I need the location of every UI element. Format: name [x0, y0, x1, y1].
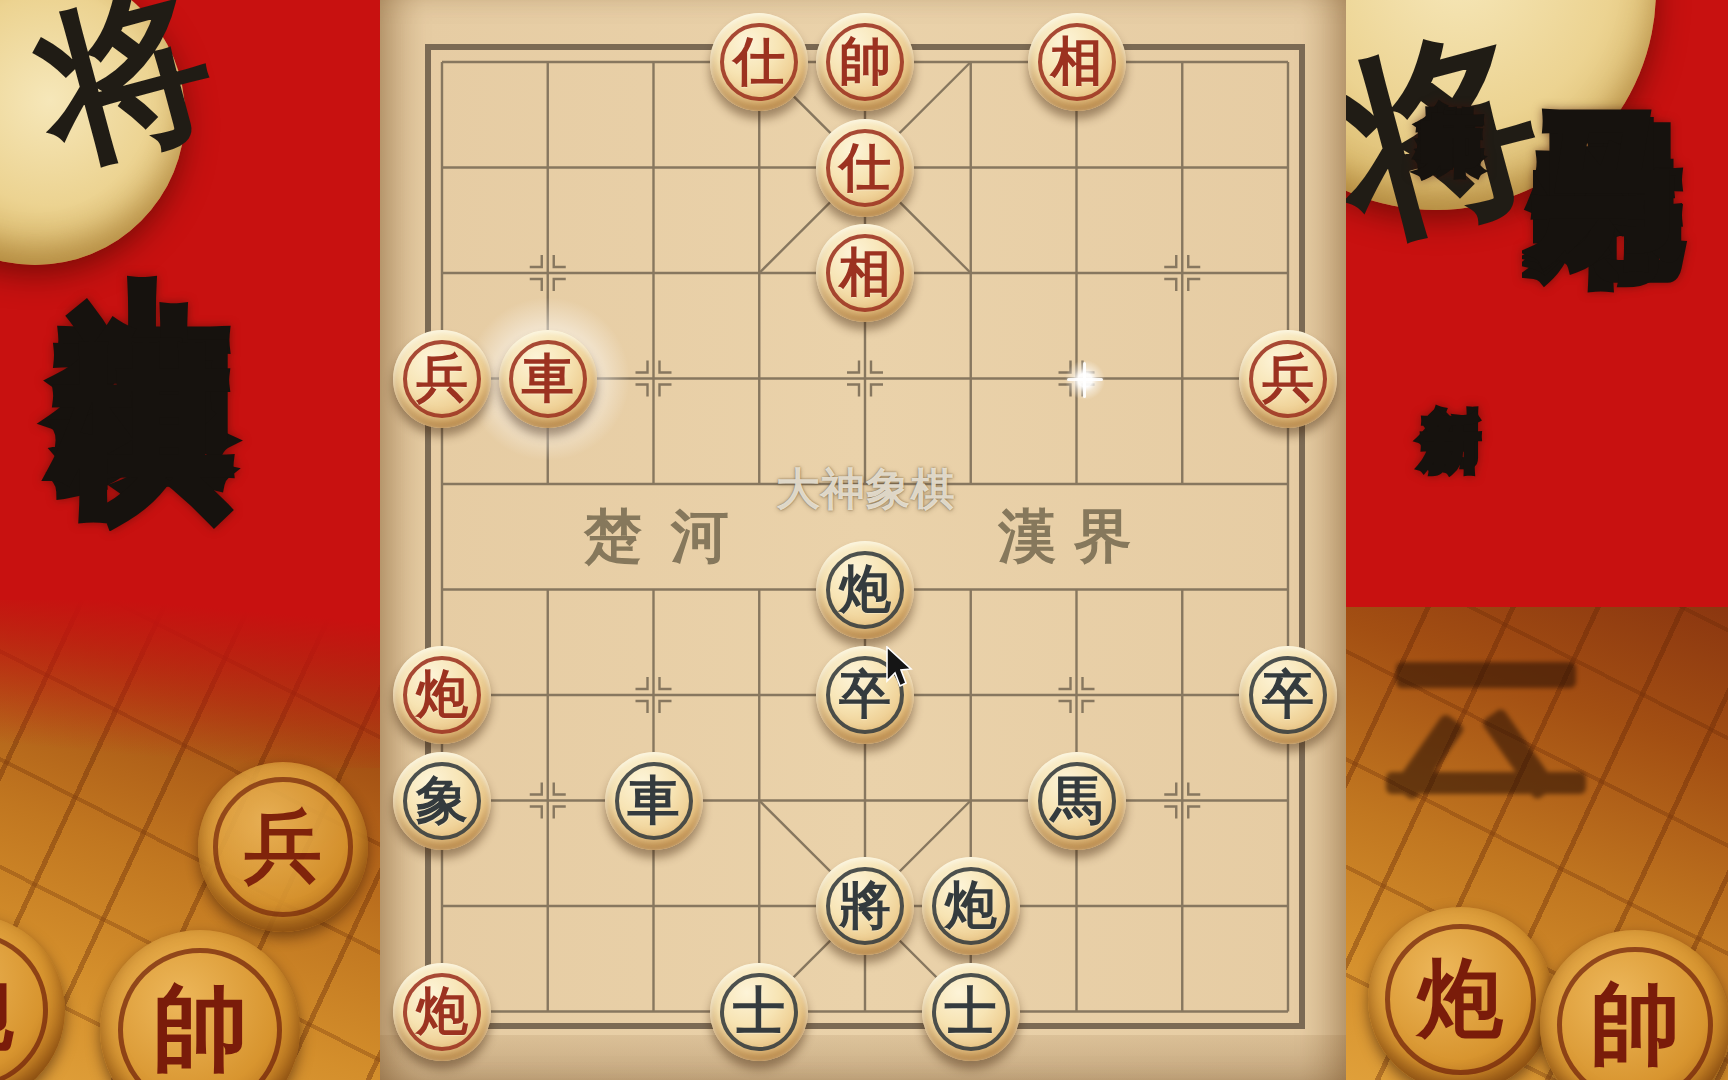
star-point-marker — [1164, 783, 1176, 795]
piece-character: 炮 — [922, 857, 1020, 955]
star-point-marker — [1164, 279, 1176, 291]
piece-character: 仕 — [710, 13, 808, 111]
mouse-cursor — [885, 646, 919, 692]
piece-red-仕[interactable]: 仕 — [710, 13, 808, 111]
piece-red-帥[interactable]: 帥 — [816, 13, 914, 111]
photo-piece: 兵 — [198, 762, 368, 932]
photo-piece: 帥 — [100, 930, 300, 1080]
star-point-marker — [660, 701, 672, 713]
star-point-marker — [847, 385, 859, 397]
piece-character: 車 — [605, 752, 703, 850]
piece-character: 將 — [816, 857, 914, 955]
star-point-marker — [1083, 677, 1095, 689]
star-point-marker — [1188, 783, 1200, 795]
piece-character: 象 — [393, 752, 491, 850]
right-banner: 将 炮 帥 象棋大师 创新 中炮对屏风马 — [1346, 0, 1728, 1080]
star-point-marker — [871, 385, 883, 397]
photo-piece-char: 炮 — [0, 915, 65, 1080]
piece-black-炮[interactable]: 炮 — [816, 541, 914, 639]
star-point-marker — [636, 361, 648, 373]
river-label-right: 漢界 — [997, 502, 1150, 570]
piece-character: 炮 — [393, 646, 491, 744]
star-point-marker — [660, 385, 672, 397]
star-point-marker — [636, 677, 648, 689]
star-point-marker — [660, 677, 672, 689]
star-point-marker — [554, 807, 566, 819]
star-point-marker — [554, 783, 566, 795]
piece-red-兵[interactable]: 兵 — [393, 330, 491, 428]
red-fade-overlay — [0, 598, 380, 768]
piece-black-將[interactable]: 將 — [816, 857, 914, 955]
right-banner-subtitle-accent: 创新 — [1408, 357, 1492, 361]
piece-character: 兵 — [393, 330, 491, 428]
piece-character: 馬 — [1028, 752, 1126, 850]
piece-character: 兵 — [1239, 330, 1337, 428]
photo-piece: 炮 — [0, 915, 65, 1080]
star-point-marker — [636, 701, 648, 713]
carved-characters-blur — [1376, 642, 1626, 812]
piece-character: 相 — [1028, 13, 1126, 111]
photo-piece-char: 兵 — [198, 762, 368, 932]
piece-black-象[interactable]: 象 — [393, 752, 491, 850]
piece-red-車[interactable]: 車 — [499, 330, 597, 428]
piece-character: 士 — [710, 963, 808, 1061]
star-point-marker — [1164, 807, 1176, 819]
piece-character: 炮 — [393, 963, 491, 1061]
star-point-marker — [530, 279, 542, 291]
piece-black-卒[interactable]: 卒 — [1239, 646, 1337, 744]
photo-piece-char: 帥 — [100, 930, 300, 1080]
star-point-marker — [660, 361, 672, 373]
star-point-marker — [554, 255, 566, 267]
piece-black-馬[interactable]: 馬 — [1028, 752, 1126, 850]
piece-character: 車 — [499, 330, 597, 428]
watermark: 大神象棋 — [776, 460, 956, 519]
screenshot-root: 将 兵 炮 帥 大神象棋 楚河 漢界 大神象棋 仕帥相仕相兵車兵炮炮炮卒卒象車馬 — [0, 0, 1728, 1080]
piece-character: 卒 — [1239, 646, 1337, 744]
star-point-marker — [871, 361, 883, 373]
right-banner-subtitle: 象棋大师 — [1405, 50, 1495, 66]
piece-red-相[interactable]: 相 — [816, 224, 914, 322]
piece-character: 仕 — [816, 119, 914, 217]
star-point-marker — [530, 783, 542, 795]
piece-red-炮[interactable]: 炮 — [393, 646, 491, 744]
piece-red-相[interactable]: 相 — [1028, 13, 1126, 111]
star-point-marker — [1059, 701, 1071, 713]
piece-black-士[interactable]: 士 — [710, 963, 808, 1061]
piece-red-仕[interactable]: 仕 — [816, 119, 914, 217]
star-point-marker — [847, 361, 859, 373]
photo-piece: 帥 — [1540, 930, 1728, 1080]
star-point-marker — [554, 279, 566, 291]
star-point-marker — [1164, 255, 1176, 267]
decor-piece-photo-top-right: 将 — [1346, 0, 1656, 210]
sparkle-effect — [1063, 358, 1107, 402]
decor-photo-bottom-right: 炮 帥 — [1346, 607, 1728, 1080]
river-label-left: 楚河 — [583, 502, 758, 570]
photo-piece-char: 帥 — [1540, 930, 1728, 1080]
star-point-marker — [1188, 255, 1200, 267]
piece-black-車[interactable]: 車 — [605, 752, 703, 850]
star-point-marker — [1059, 677, 1071, 689]
star-point-marker — [530, 807, 542, 819]
piece-character: 相 — [816, 224, 914, 322]
star-point-marker — [636, 385, 648, 397]
piece-red-兵[interactable]: 兵 — [1239, 330, 1337, 428]
piece-character: 士 — [922, 963, 1020, 1061]
star-point-marker — [530, 255, 542, 267]
photo-piece-char: 炮 — [1368, 907, 1553, 1080]
piece-red-炮[interactable]: 炮 — [393, 963, 491, 1061]
piece-character: 帥 — [816, 13, 914, 111]
left-banner-title: 大神象棋 — [24, 132, 266, 220]
piece-black-士[interactable]: 士 — [922, 963, 1020, 1061]
star-point-marker — [1083, 701, 1095, 713]
piece-character: 炮 — [816, 541, 914, 639]
piece-black-炮[interactable]: 炮 — [922, 857, 1020, 955]
photo-piece: 炮 — [1368, 907, 1553, 1080]
star-point-marker — [1188, 279, 1200, 291]
left-banner: 将 兵 炮 帥 大神象棋 — [0, 0, 380, 1080]
star-point-marker — [1188, 807, 1200, 819]
